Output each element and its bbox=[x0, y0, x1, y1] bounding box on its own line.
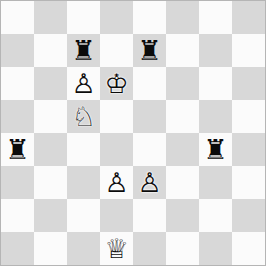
square-g2[interactable] bbox=[199, 199, 232, 232]
square-g6[interactable] bbox=[199, 67, 232, 100]
black-rook-a4: ♜ bbox=[5, 136, 29, 163]
square-d5[interactable] bbox=[100, 100, 133, 133]
square-c7[interactable]: ♜ bbox=[67, 34, 100, 67]
square-h7[interactable] bbox=[232, 34, 265, 67]
square-d3[interactable]: ♙ bbox=[100, 166, 133, 199]
square-h2[interactable] bbox=[232, 199, 265, 232]
square-h1[interactable] bbox=[232, 232, 265, 265]
square-g3[interactable] bbox=[199, 166, 232, 199]
square-b7[interactable] bbox=[34, 34, 67, 67]
square-b2[interactable] bbox=[34, 199, 67, 232]
square-a3[interactable] bbox=[1, 166, 34, 199]
square-c1[interactable] bbox=[67, 232, 100, 265]
square-f7[interactable] bbox=[166, 34, 199, 67]
square-f2[interactable] bbox=[166, 199, 199, 232]
square-c5[interactable]: ♘ bbox=[67, 100, 100, 133]
square-g7[interactable] bbox=[199, 34, 232, 67]
square-e8[interactable] bbox=[133, 1, 166, 34]
white-pawn-e3: ♙ bbox=[137, 169, 161, 196]
square-f6[interactable] bbox=[166, 67, 199, 100]
black-rook-e7: ♜ bbox=[137, 37, 161, 64]
black-rook-c7: ♜ bbox=[71, 37, 95, 64]
square-h6[interactable] bbox=[232, 67, 265, 100]
white-king-d6: ♔ bbox=[104, 70, 128, 97]
square-a2[interactable] bbox=[1, 199, 34, 232]
white-pawn-c6: ♙ bbox=[71, 70, 95, 97]
white-pawn-d3: ♙ bbox=[104, 169, 128, 196]
square-f4[interactable] bbox=[166, 133, 199, 166]
square-h4[interactable] bbox=[232, 133, 265, 166]
square-c6[interactable]: ♙ bbox=[67, 67, 100, 100]
square-b8[interactable] bbox=[34, 1, 67, 34]
white-queen-d1: ♕ bbox=[104, 235, 128, 262]
square-h3[interactable] bbox=[232, 166, 265, 199]
square-e5[interactable] bbox=[133, 100, 166, 133]
square-b4[interactable] bbox=[34, 133, 67, 166]
square-f3[interactable] bbox=[166, 166, 199, 199]
chess-board-container: ♜♜♙♔♘♜♜♙♙♕ bbox=[0, 0, 266, 266]
square-a1[interactable] bbox=[1, 232, 34, 265]
square-c8[interactable] bbox=[67, 1, 100, 34]
square-g4[interactable]: ♜ bbox=[199, 133, 232, 166]
square-d7[interactable] bbox=[100, 34, 133, 67]
square-b5[interactable] bbox=[34, 100, 67, 133]
square-g1[interactable] bbox=[199, 232, 232, 265]
square-h8[interactable] bbox=[232, 1, 265, 34]
square-e7[interactable]: ♜ bbox=[133, 34, 166, 67]
square-d8[interactable] bbox=[100, 1, 133, 34]
square-a4[interactable]: ♜ bbox=[1, 133, 34, 166]
square-h5[interactable] bbox=[232, 100, 265, 133]
square-a6[interactable] bbox=[1, 67, 34, 100]
square-g8[interactable] bbox=[199, 1, 232, 34]
square-b1[interactable] bbox=[34, 232, 67, 265]
square-a5[interactable] bbox=[1, 100, 34, 133]
black-rook-g4: ♜ bbox=[203, 136, 227, 163]
square-d6[interactable]: ♔ bbox=[100, 67, 133, 100]
square-d4[interactable] bbox=[100, 133, 133, 166]
square-e2[interactable] bbox=[133, 199, 166, 232]
square-e4[interactable] bbox=[133, 133, 166, 166]
square-b6[interactable] bbox=[34, 67, 67, 100]
chess-board: ♜♜♙♔♘♜♜♙♙♕ bbox=[0, 0, 266, 266]
square-c3[interactable] bbox=[67, 166, 100, 199]
square-a8[interactable] bbox=[1, 1, 34, 34]
square-d2[interactable] bbox=[100, 199, 133, 232]
square-d1[interactable]: ♕ bbox=[100, 232, 133, 265]
square-a7[interactable] bbox=[1, 34, 34, 67]
square-e1[interactable] bbox=[133, 232, 166, 265]
square-c4[interactable] bbox=[67, 133, 100, 166]
square-f5[interactable] bbox=[166, 100, 199, 133]
square-b3[interactable] bbox=[34, 166, 67, 199]
square-c2[interactable] bbox=[67, 199, 100, 232]
white-knight-c5: ♘ bbox=[71, 103, 95, 130]
square-e3[interactable]: ♙ bbox=[133, 166, 166, 199]
square-g5[interactable] bbox=[199, 100, 232, 133]
square-f8[interactable] bbox=[166, 1, 199, 34]
square-f1[interactable] bbox=[166, 232, 199, 265]
square-e6[interactable] bbox=[133, 67, 166, 100]
